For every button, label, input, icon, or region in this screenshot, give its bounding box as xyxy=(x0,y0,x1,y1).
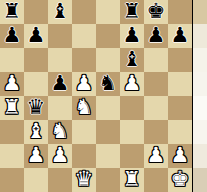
strip-segment-8 xyxy=(193,168,207,192)
square-f7[interactable]: ♟ xyxy=(120,24,144,48)
square-d3[interactable] xyxy=(72,120,96,144)
square-e5[interactable]: ♞ xyxy=(96,72,120,96)
square-c7[interactable] xyxy=(48,24,72,48)
square-a2[interactable] xyxy=(0,144,24,168)
square-h4[interactable] xyxy=(168,96,192,120)
square-e7[interactable] xyxy=(96,24,120,48)
black-pawn-c5[interactable]: ♟ xyxy=(51,72,70,95)
square-d6[interactable] xyxy=(72,48,96,72)
square-c2[interactable]: ♟ xyxy=(48,144,72,168)
square-b3[interactable]: ♝ xyxy=(24,120,48,144)
black-pawn-g7[interactable]: ♟ xyxy=(147,24,166,47)
black-rook-a8[interactable]: ♜ xyxy=(3,0,22,23)
square-e3[interactable] xyxy=(96,120,120,144)
square-e4[interactable] xyxy=(96,96,120,120)
white-rook-f1[interactable]: ♜ xyxy=(123,168,142,191)
white-knight-c3[interactable]: ♞ xyxy=(51,120,70,143)
square-b4[interactable]: ♛ xyxy=(24,96,48,120)
square-b1[interactable] xyxy=(24,168,48,192)
white-pawn-h2[interactable]: ♟ xyxy=(171,144,190,167)
square-c1[interactable] xyxy=(48,168,72,192)
strip-segment-2 xyxy=(193,24,207,48)
black-rook-f8[interactable]: ♜ xyxy=(123,0,142,23)
square-g3[interactable] xyxy=(144,120,168,144)
square-e6[interactable] xyxy=(96,48,120,72)
square-b2[interactable]: ♟ xyxy=(24,144,48,168)
square-b6[interactable] xyxy=(24,48,48,72)
white-pawn-d5[interactable]: ♟ xyxy=(75,72,94,95)
square-f1[interactable]: ♜ xyxy=(120,168,144,192)
white-pawn-c2[interactable]: ♟ xyxy=(51,144,70,167)
square-c8[interactable]: ♝ xyxy=(48,0,72,24)
black-pawn-h7[interactable]: ♟ xyxy=(171,24,190,47)
black-queen-b4[interactable]: ♛ xyxy=(27,96,46,119)
square-f3[interactable] xyxy=(120,120,144,144)
square-h2[interactable]: ♟ xyxy=(168,144,192,168)
strip-segment-7 xyxy=(193,144,207,168)
square-a6[interactable] xyxy=(0,48,24,72)
white-pawn-b2[interactable]: ♟ xyxy=(27,144,46,167)
square-d4[interactable]: ♞ xyxy=(72,96,96,120)
square-e8[interactable] xyxy=(96,0,120,24)
square-f2[interactable] xyxy=(120,144,144,168)
black-pawn-b7[interactable]: ♟ xyxy=(27,24,46,47)
strip-segment-4 xyxy=(193,72,207,96)
square-h6[interactable] xyxy=(168,48,192,72)
square-e2[interactable] xyxy=(96,144,120,168)
white-bishop-b3[interactable]: ♝ xyxy=(27,120,46,143)
white-king-h1[interactable]: ♚ xyxy=(171,168,190,191)
square-d2[interactable] xyxy=(72,144,96,168)
square-g4[interactable] xyxy=(144,96,168,120)
strip-segment-5 xyxy=(193,96,207,120)
square-a1[interactable] xyxy=(0,168,24,192)
strip-segment-6 xyxy=(193,120,207,144)
square-a4[interactable]: ♜ xyxy=(0,96,24,120)
square-f8[interactable]: ♜ xyxy=(120,0,144,24)
white-queen-d1[interactable]: ♛ xyxy=(75,168,94,191)
square-b5[interactable] xyxy=(24,72,48,96)
black-pawn-f7[interactable]: ♟ xyxy=(123,24,142,47)
strip-segment-3 xyxy=(193,48,207,72)
square-a5[interactable]: ♟ xyxy=(0,72,24,96)
white-pawn-f5[interactable]: ♟ xyxy=(123,72,142,95)
square-f6[interactable]: ♝ xyxy=(120,48,144,72)
square-g1[interactable] xyxy=(144,168,168,192)
black-bishop-c8[interactable]: ♝ xyxy=(51,0,70,23)
square-b7[interactable]: ♟ xyxy=(24,24,48,48)
square-b8[interactable] xyxy=(24,0,48,24)
square-c4[interactable] xyxy=(48,96,72,120)
square-g5[interactable] xyxy=(144,72,168,96)
square-g2[interactable]: ♟ xyxy=(144,144,168,168)
square-c5[interactable]: ♟ xyxy=(48,72,72,96)
square-a8[interactable]: ♜ xyxy=(0,0,24,24)
black-pawn-a7[interactable]: ♟ xyxy=(3,24,22,47)
square-d7[interactable] xyxy=(72,24,96,48)
square-e1[interactable] xyxy=(96,168,120,192)
square-a3[interactable] xyxy=(0,120,24,144)
square-h5[interactable] xyxy=(168,72,192,96)
white-rook-a4[interactable]: ♜ xyxy=(3,96,22,119)
square-c3[interactable]: ♞ xyxy=(48,120,72,144)
square-f4[interactable] xyxy=(120,96,144,120)
square-g8[interactable]: ♚ xyxy=(144,0,168,24)
right-background-strip xyxy=(193,0,207,192)
square-d1[interactable]: ♛ xyxy=(72,168,96,192)
white-pawn-g2[interactable]: ♟ xyxy=(147,144,166,167)
square-h8[interactable] xyxy=(168,0,192,24)
square-h1[interactable]: ♚ xyxy=(168,168,192,192)
chess-board-screenshot: ♜♝♜♚♟♟♟♟♟♝♟♟♟♞♟♜♛♞♝♞♟♟♟♟♛♜♚ xyxy=(0,0,207,192)
square-c6[interactable] xyxy=(48,48,72,72)
square-d5[interactable]: ♟ xyxy=(72,72,96,96)
square-d8[interactable] xyxy=(72,0,96,24)
white-pawn-a5[interactable]: ♟ xyxy=(3,72,22,95)
square-h3[interactable] xyxy=(168,120,192,144)
white-knight-d4[interactable]: ♞ xyxy=(75,96,94,119)
black-knight-e5[interactable]: ♞ xyxy=(99,72,118,95)
square-g7[interactable]: ♟ xyxy=(144,24,168,48)
square-f5[interactable]: ♟ xyxy=(120,72,144,96)
square-a7[interactable]: ♟ xyxy=(0,24,24,48)
black-bishop-f6[interactable]: ♝ xyxy=(123,48,142,71)
chess-board: ♜♝♜♚♟♟♟♟♟♝♟♟♟♞♟♜♛♞♝♞♟♟♟♟♛♜♚ xyxy=(0,0,192,192)
square-h7[interactable]: ♟ xyxy=(168,24,192,48)
black-king-g8[interactable]: ♚ xyxy=(147,0,166,23)
strip-segment-1 xyxy=(193,0,207,24)
square-g6[interactable] xyxy=(144,48,168,72)
